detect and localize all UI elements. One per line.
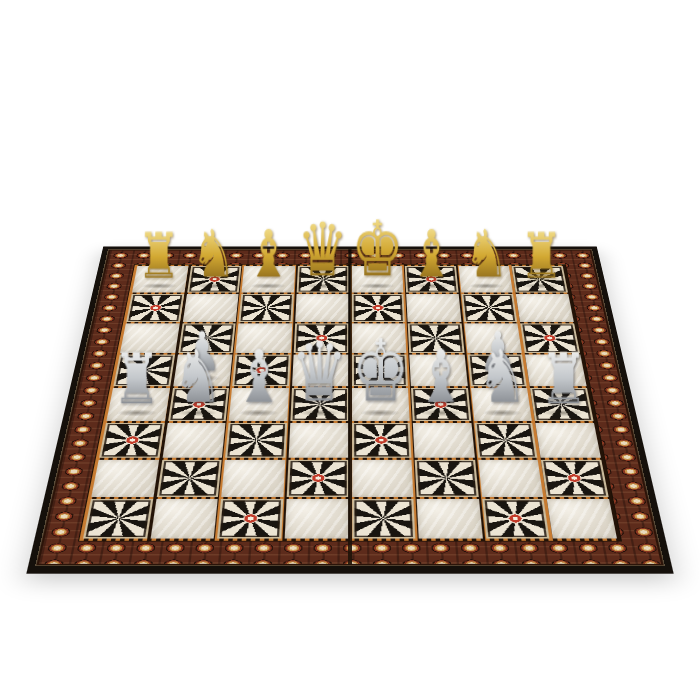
piece-silver-rook-h4[interactable]: ♜ [539,344,588,414]
square-g8[interactable]: ♞ [458,266,513,293]
square-e7[interactable] [351,294,405,322]
square-h7[interactable] [516,294,574,322]
square-h2[interactable] [541,460,608,497]
piece-silver-queen-d4[interactable]: ♛ [291,332,348,414]
square-b3[interactable] [162,423,225,458]
square-f3[interactable] [413,423,475,458]
square-c2[interactable] [221,460,285,497]
piece-gold-rook-h8[interactable]: ♜ [519,224,562,287]
square-f8[interactable]: ♝ [405,266,458,293]
square-h3[interactable] [536,423,601,458]
square-c1[interactable] [217,499,283,539]
board-mosaic-border: ♜♞♝♛♚♝♞♜♟♟♜♞♝♛♚♝♞♜ [36,250,663,566]
square-a3[interactable] [99,423,164,458]
square-b4[interactable]: ♞ [168,388,230,421]
square-g7[interactable] [461,294,517,322]
square-c3[interactable] [225,423,287,458]
square-f7[interactable] [406,294,461,322]
square-a7[interactable] [126,294,184,322]
piece-gold-knight-b8[interactable]: ♞ [191,222,236,287]
piece-gold-bishop-c8[interactable]: ♝ [246,222,291,287]
piece-silver-rook-a4[interactable]: ♜ [112,344,161,414]
piece-gold-knight-g8[interactable]: ♞ [464,222,509,287]
piece-silver-knight-g4[interactable]: ♞ [477,341,527,414]
chessboard-3d-wrapper: ♜♞♝♛♚♝♞♜♟♟♜♞♝♛♚♝♞♜ [26,246,673,573]
piece-gold-rook-a8[interactable]: ♜ [137,224,180,287]
square-g1[interactable] [482,499,550,539]
square-h4[interactable]: ♜ [530,388,593,421]
square-h8[interactable]: ♜ [512,266,568,293]
square-c7[interactable] [239,294,294,322]
square-e4[interactable]: ♚ [351,388,409,421]
chessboard: ♜♞♝♛♚♝♞♜♟♟♜♞♝♛♚♝♞♜ [26,246,673,573]
square-f1[interactable] [417,499,483,539]
piece-silver-knight-b4[interactable]: ♞ [172,341,222,414]
square-d2[interactable] [287,460,349,497]
square-h1[interactable] [547,499,617,539]
piece-silver-bishop-c4[interactable]: ♝ [233,341,283,414]
square-a2[interactable] [91,460,158,497]
square-d1[interactable] [285,499,349,539]
square-e1[interactable] [352,499,416,539]
square-f4[interactable]: ♝ [411,388,471,421]
square-b1[interactable] [150,499,218,539]
square-e3[interactable] [352,423,412,458]
piece-silver-king-e4[interactable]: ♚ [351,329,410,414]
square-a1[interactable] [83,499,153,539]
product-photo-scene: ♜♞♝♛♚♝♞♜♟♟♜♞♝♛♚♝♞♜ [0,0,700,700]
square-b7[interactable] [182,294,238,322]
square-e2[interactable] [352,460,414,497]
square-c4[interactable]: ♝ [229,388,289,421]
square-b8[interactable]: ♞ [187,266,242,293]
square-b2[interactable] [156,460,222,497]
square-a8[interactable]: ♜ [132,266,188,293]
square-f2[interactable] [415,460,479,497]
square-d7[interactable] [295,294,349,322]
piece-gold-bishop-f8[interactable]: ♝ [409,222,454,287]
square-d8[interactable]: ♛ [297,266,349,293]
square-g4[interactable]: ♞ [471,388,533,421]
square-d4[interactable]: ♛ [290,388,348,421]
piece-gold-king-e8[interactable]: ♚ [351,211,404,287]
piece-silver-bishop-f4[interactable]: ♝ [416,341,466,414]
square-g3[interactable] [474,423,537,458]
square-g2[interactable] [478,460,544,497]
piece-gold-queen-d8[interactable]: ♛ [297,213,348,287]
square-d3[interactable] [288,423,348,458]
square-c8[interactable]: ♝ [242,266,295,293]
square-e8[interactable]: ♚ [351,266,403,293]
square-a4[interactable]: ♜ [106,388,169,421]
